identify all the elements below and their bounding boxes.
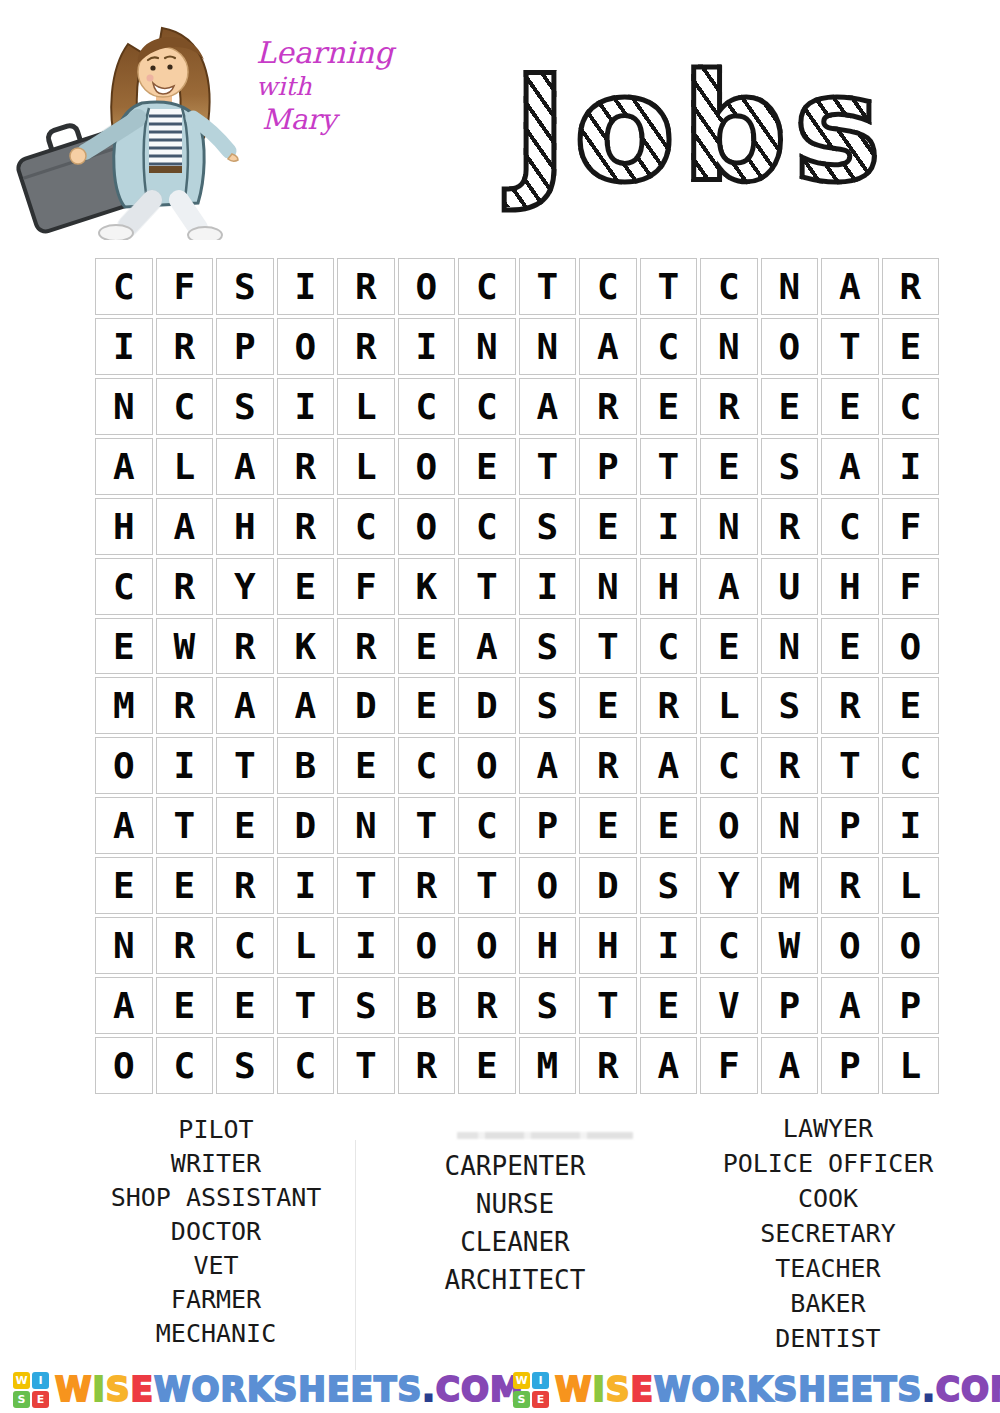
grid-cell-r1c12[interactable]: N: [761, 258, 819, 315]
word-cook: COOK: [668, 1181, 988, 1216]
footer-bar: WISE WISEWORKSHEETS.COM WISE WISEWORKSHE…: [0, 1366, 1000, 1413]
word-vet: VET: [56, 1249, 376, 1283]
site-letter: E: [350, 1370, 374, 1409]
grid-cell-r9c6[interactable]: C: [398, 737, 456, 794]
grid-cell-r13c12[interactable]: P: [761, 977, 819, 1034]
word-list-left: PILOTWRITERSHOP ASSISTANTDOCTORVETFARMER…: [56, 1113, 376, 1351]
grid-cell-r12c6[interactable]: O: [398, 917, 456, 974]
grid-cell-r14c3[interactable]: S: [216, 1037, 274, 1094]
grid-cell-r14c7[interactable]: E: [458, 1037, 516, 1094]
grid-cell-r7c8[interactable]: S: [519, 618, 577, 675]
grid-cell-r9c1[interactable]: O: [95, 737, 153, 794]
grid-cell-r1c7[interactable]: C: [458, 258, 516, 315]
grid-cell-r4c2[interactable]: L: [156, 438, 214, 495]
grid-cell-r2c10[interactable]: C: [640, 318, 698, 375]
site-letter: I: [592, 1370, 605, 1409]
grid-cell-r13c6[interactable]: B: [398, 977, 456, 1034]
grid-cell-r5c3[interactable]: H: [216, 498, 274, 555]
grid-cell-r4c12[interactable]: S: [761, 438, 819, 495]
grid-cell-r12c5[interactable]: I: [337, 917, 395, 974]
grid-cell-r5c11[interactable]: N: [700, 498, 758, 555]
grid-cell-r10c9[interactable]: E: [579, 797, 637, 854]
grid-cell-r10c13[interactable]: P: [821, 797, 879, 854]
grid-cell-r7c1[interactable]: E: [95, 618, 153, 675]
site-letter: S: [898, 1370, 923, 1409]
grid-cell-r8c6[interactable]: E: [398, 677, 456, 734]
word-baker: BAKER: [668, 1286, 988, 1321]
grid-cell-r1c4[interactable]: I: [277, 258, 335, 315]
grid-cell-r3c11[interactable]: R: [700, 378, 758, 435]
logo-tile-i: I: [532, 1372, 549, 1389]
grid-cell-r6c1[interactable]: C: [95, 558, 153, 615]
grid-cell-r6c6[interactable]: K: [398, 558, 456, 615]
grid-cell-r10c3[interactable]: E: [216, 797, 274, 854]
grid-cell-r8c4[interactable]: A: [277, 677, 335, 734]
site-letter: S: [606, 1370, 631, 1409]
grid-cell-r11c4[interactable]: I: [277, 857, 335, 914]
grid-cell-r14c11[interactable]: F: [700, 1037, 758, 1094]
grid-cell-r12c14[interactable]: O: [882, 917, 940, 974]
site-letter: K: [247, 1370, 274, 1409]
word-cleaner: CLEANER: [355, 1223, 675, 1261]
grid-cell-r1c11[interactable]: C: [700, 258, 758, 315]
grid-cell-r1c14[interactable]: R: [882, 258, 940, 315]
grid-cell-r12c3[interactable]: C: [216, 917, 274, 974]
grid-cell-r11c5[interactable]: T: [337, 857, 395, 914]
grid-cell-r9c11[interactable]: C: [700, 737, 758, 794]
grid-cell-r5c8[interactable]: S: [519, 498, 577, 555]
grid-cell-r11c14[interactable]: L: [882, 857, 940, 914]
grid-cell-r11c12[interactable]: M: [761, 857, 819, 914]
grid-cell-r4c11[interactable]: E: [700, 438, 758, 495]
grid-cell-r7c2[interactable]: W: [156, 618, 214, 675]
grid-cell-r7c11[interactable]: E: [700, 618, 758, 675]
site-letter: H: [798, 1370, 827, 1409]
wise-logo: WISE: [13, 1372, 49, 1408]
grid-cell-r7c5[interactable]: R: [337, 618, 395, 675]
grid-cell-r7c3[interactable]: R: [216, 618, 274, 675]
grid-cell-r6c8[interactable]: I: [519, 558, 577, 615]
grid-cell-r6c2[interactable]: R: [156, 558, 214, 615]
grid-cell-r11c11[interactable]: Y: [700, 857, 758, 914]
logo-tile-i: I: [32, 1372, 49, 1389]
grid-cell-r9c3[interactable]: T: [216, 737, 274, 794]
grid-cell-r2c7[interactable]: N: [458, 318, 516, 375]
grid-cell-r10c11[interactable]: O: [700, 797, 758, 854]
site-letter: I: [92, 1370, 105, 1409]
word-shop-assistant: SHOP ASSISTANT: [56, 1181, 376, 1215]
grid-cell-r12c10[interactable]: I: [640, 917, 698, 974]
site-letter: O: [961, 1370, 990, 1409]
site-letter: W: [55, 1370, 92, 1409]
grid-cell-r7c7[interactable]: A: [458, 618, 516, 675]
grid-cell-r14c6[interactable]: R: [398, 1037, 456, 1094]
grid-cell-r13c1[interactable]: A: [95, 977, 153, 1034]
grid-cell-r12c7[interactable]: O: [458, 917, 516, 974]
grid-cell-r3c7[interactable]: C: [458, 378, 516, 435]
grid-cell-r1c5[interactable]: R: [337, 258, 395, 315]
word-lawyer: LAWYER: [668, 1111, 988, 1146]
word-writer: WRITER: [56, 1147, 376, 1181]
site-letter: O: [691, 1370, 720, 1409]
grid-cell-r7c10[interactable]: C: [640, 618, 698, 675]
grid-cell-r14c2[interactable]: C: [156, 1037, 214, 1094]
grid-cell-r9c10[interactable]: A: [640, 737, 698, 794]
site-letter: K: [747, 1370, 774, 1409]
site-letter: S: [106, 1370, 131, 1409]
grid-cell-r4c9[interactable]: P: [579, 438, 637, 495]
grid-cell-r14c14[interactable]: L: [882, 1037, 940, 1094]
logo-tile-w: W: [13, 1372, 30, 1389]
grid-cell-r1c1[interactable]: C: [95, 258, 153, 315]
grid-cell-r14c12[interactable]: A: [761, 1037, 819, 1094]
grid-cell-r2c2[interactable]: R: [156, 318, 214, 375]
grid-cell-r1c2[interactable]: F: [156, 258, 214, 315]
logo-tile-e: E: [32, 1391, 49, 1408]
grid-cell-r10c6[interactable]: T: [398, 797, 456, 854]
grid-cell-r13c5[interactable]: S: [337, 977, 395, 1034]
grid-cell-r12c4[interactable]: L: [277, 917, 335, 974]
site-letter: S: [273, 1370, 298, 1409]
wordsearch-grid: CFSIROCTCTCNARIRPORINNACNOTENCSILCCARERE…: [95, 258, 939, 1094]
grid-cell-r5c14[interactable]: F: [882, 498, 940, 555]
logo-tile-s: S: [513, 1391, 530, 1408]
grid-cell-r14c13[interactable]: P: [821, 1037, 879, 1094]
grid-cell-r3c9[interactable]: R: [579, 378, 637, 435]
grid-cell-r8c11[interactable]: L: [700, 677, 758, 734]
grid-cell-r11c1[interactable]: E: [95, 857, 153, 914]
site-letter: H: [298, 1370, 327, 1409]
grid-cell-r13c7[interactable]: R: [458, 977, 516, 1034]
grid-cell-r2c13[interactable]: T: [821, 318, 879, 375]
grid-cell-r9c13[interactable]: T: [821, 737, 879, 794]
grid-cell-r12c11[interactable]: C: [700, 917, 758, 974]
grid-cell-r9c12[interactable]: R: [761, 737, 819, 794]
grid-cell-r5c13[interactable]: C: [821, 498, 879, 555]
grid-cell-r5c9[interactable]: E: [579, 498, 637, 555]
grid-cell-r3c10[interactable]: E: [640, 378, 698, 435]
site-letter: S: [398, 1370, 423, 1409]
grid-cell-r3c6[interactable]: C: [398, 378, 456, 435]
grid-cell-r11c10[interactable]: S: [640, 857, 698, 914]
site-letter: .: [922, 1370, 936, 1409]
grid-cell-r9c5[interactable]: E: [337, 737, 395, 794]
grid-cell-r9c4[interactable]: B: [277, 737, 335, 794]
grid-cell-r7c4[interactable]: K: [277, 618, 335, 675]
grid-cell-r11c8[interactable]: O: [519, 857, 577, 914]
word-secretary: SECRETARY: [668, 1216, 988, 1251]
grid-cell-r3c1[interactable]: N: [95, 378, 153, 435]
grid-cell-r2c11[interactable]: N: [700, 318, 758, 375]
grid-cell-r5c12[interactable]: R: [761, 498, 819, 555]
grid-cell-r13c11[interactable]: V: [700, 977, 758, 1034]
grid-cell-r12c8[interactable]: H: [519, 917, 577, 974]
grid-cell-r6c5[interactable]: F: [337, 558, 395, 615]
grid-cell-r3c13[interactable]: E: [821, 378, 879, 435]
brand-line-3: Mary: [262, 105, 396, 136]
grid-cell-r2c8[interactable]: N: [519, 318, 577, 375]
word-police-officer: POLICE OFFICER: [668, 1146, 988, 1181]
grid-cell-r11c9[interactable]: D: [579, 857, 637, 914]
brand-line-2: with: [256, 73, 396, 101]
grid-cell-r8c10[interactable]: R: [640, 677, 698, 734]
brand-line-1: Learning: [256, 36, 396, 69]
grid-cell-r7c6[interactable]: E: [398, 618, 456, 675]
word-pilot: PILOT: [56, 1113, 376, 1147]
grid-cell-r10c4[interactable]: D: [277, 797, 335, 854]
word-list-right: LAWYERPOLICE OFFICERCOOKSECRETARYTEACHER…: [668, 1111, 988, 1356]
grid-cell-r13c4[interactable]: T: [277, 977, 335, 1034]
grid-cell-r12c12[interactable]: W: [761, 917, 819, 974]
grid-cell-r10c14[interactable]: I: [882, 797, 940, 854]
site-letter: .: [422, 1370, 436, 1409]
grid-cell-r3c12[interactable]: E: [761, 378, 819, 435]
grid-cell-r3c5[interactable]: L: [337, 378, 395, 435]
grid-cell-r13c14[interactable]: P: [882, 977, 940, 1034]
grid-cell-r11c13[interactable]: R: [821, 857, 879, 914]
grid-cell-r12c2[interactable]: R: [156, 917, 214, 974]
word-carpenter: CARPENTER: [355, 1147, 675, 1185]
grid-cell-r11c7[interactable]: T: [458, 857, 516, 914]
grid-cell-r14c8[interactable]: M: [519, 1037, 577, 1094]
grid-cell-r2c14[interactable]: E: [882, 318, 940, 375]
grid-cell-r4c7[interactable]: E: [458, 438, 516, 495]
grid-cell-r5c4[interactable]: R: [277, 498, 335, 555]
grid-cell-r12c13[interactable]: O: [821, 917, 879, 974]
logo-tile-e: E: [532, 1391, 549, 1408]
grid-cell-r7c12[interactable]: N: [761, 618, 819, 675]
grid-cell-r13c9[interactable]: T: [579, 977, 637, 1034]
grid-cell-r9c14[interactable]: C: [882, 737, 940, 794]
grid-cell-r4c3[interactable]: A: [216, 438, 274, 495]
grid-cell-r10c1[interactable]: A: [95, 797, 153, 854]
logo-tile-s: S: [13, 1391, 30, 1408]
word-nurse: NURSE: [355, 1185, 675, 1223]
grid-cell-r14c4[interactable]: C: [277, 1037, 335, 1094]
footer-brand: WISE WISEWORKSHEETS.COM: [500, 1370, 1000, 1409]
site-letter: W: [654, 1370, 691, 1409]
grid-cell-r4c13[interactable]: A: [821, 438, 879, 495]
grid-cell-r10c2[interactable]: T: [156, 797, 214, 854]
site-letter: T: [874, 1370, 898, 1409]
site-letter: E: [630, 1370, 654, 1409]
word-dentist: DENTIST: [668, 1321, 988, 1356]
grid-cell-r4c14[interactable]: I: [882, 438, 940, 495]
grid-cell-r4c10[interactable]: T: [640, 438, 698, 495]
grid-cell-r8c5[interactable]: D: [337, 677, 395, 734]
site-letter: C: [936, 1370, 961, 1409]
grid-cell-r6c10[interactable]: H: [640, 558, 698, 615]
grid-cell-r12c9[interactable]: H: [579, 917, 637, 974]
site-name: WISEWORKSHEETS.COM: [555, 1370, 1000, 1409]
grid-cell-r1c3[interactable]: S: [216, 258, 274, 315]
grid-cell-r13c8[interactable]: S: [519, 977, 577, 1034]
grid-cell-r3c8[interactable]: A: [519, 378, 577, 435]
grid-cell-r4c1[interactable]: A: [95, 438, 153, 495]
clipped-word-remnant: [457, 1132, 633, 1139]
brand-script: Learning with Mary: [256, 36, 396, 135]
worksheet-page: Learning with Mary Jobs CFSIROCTCTCNARIR…: [0, 0, 1000, 1413]
grid-cell-r3c3[interactable]: S: [216, 378, 274, 435]
grid-cell-r8c14[interactable]: E: [882, 677, 940, 734]
grid-cell-r10c10[interactable]: E: [640, 797, 698, 854]
grid-cell-r4c6[interactable]: O: [398, 438, 456, 495]
site-letter: M: [990, 1370, 1000, 1409]
grid-cell-r7c13[interactable]: E: [821, 618, 879, 675]
grid-cell-r10c8[interactable]: P: [519, 797, 577, 854]
site-letter: R: [220, 1370, 246, 1409]
grid-cell-r3c4[interactable]: I: [277, 378, 335, 435]
grid-cell-r2c9[interactable]: A: [579, 318, 637, 375]
bitmoji-character: [12, 10, 242, 240]
site-letter: O: [461, 1370, 490, 1409]
grid-cell-r8c2[interactable]: R: [156, 677, 214, 734]
grid-cell-r8c3[interactable]: A: [216, 677, 274, 734]
site-letter: E: [827, 1370, 851, 1409]
grid-cell-r10c7[interactable]: C: [458, 797, 516, 854]
grid-cell-r13c13[interactable]: A: [821, 977, 879, 1034]
grid-cell-r4c4[interactable]: R: [277, 438, 335, 495]
grid-cell-r6c4[interactable]: E: [277, 558, 335, 615]
grid-cell-r5c10[interactable]: I: [640, 498, 698, 555]
grid-cell-r14c10[interactable]: A: [640, 1037, 698, 1094]
grid-cell-r1c13[interactable]: A: [821, 258, 879, 315]
grid-cell-r1c10[interactable]: T: [640, 258, 698, 315]
grid-cell-r5c6[interactable]: O: [398, 498, 456, 555]
grid-cell-r6c3[interactable]: Y: [216, 558, 274, 615]
grid-cell-r8c9[interactable]: E: [579, 677, 637, 734]
grid-cell-r13c10[interactable]: E: [640, 977, 698, 1034]
grid-cell-r3c14[interactable]: C: [882, 378, 940, 435]
grid-cell-r5c7[interactable]: C: [458, 498, 516, 555]
grid-cell-r9c7[interactable]: O: [458, 737, 516, 794]
grid-cell-r13c3[interactable]: E: [216, 977, 274, 1034]
grid-cell-r1c8[interactable]: T: [519, 258, 577, 315]
wise-logo: WISE: [513, 1372, 549, 1408]
grid-cell-r4c5[interactable]: L: [337, 438, 395, 495]
site-letter: C: [436, 1370, 461, 1409]
word-teacher: TEACHER: [668, 1251, 988, 1286]
grid-cell-r14c9[interactable]: R: [579, 1037, 637, 1094]
grid-cell-r6c11[interactable]: A: [700, 558, 758, 615]
page-title: Jobs: [505, 52, 895, 207]
grid-cell-r14c5[interactable]: T: [337, 1037, 395, 1094]
grid-cell-r2c6[interactable]: I: [398, 318, 456, 375]
site-letter: T: [374, 1370, 398, 1409]
site-letter: O: [191, 1370, 220, 1409]
footer-brand: WISE WISEWORKSHEETS.COM: [0, 1370, 500, 1409]
grid-cell-r7c14[interactable]: O: [882, 618, 940, 675]
grid-cell-r9c2[interactable]: I: [156, 737, 214, 794]
grid-cell-r2c5[interactable]: R: [337, 318, 395, 375]
grid-cell-r3c2[interactable]: C: [156, 378, 214, 435]
grid-cell-r6c14[interactable]: F: [882, 558, 940, 615]
site-letter: E: [327, 1370, 351, 1409]
word-architect: ARCHITECT: [355, 1261, 675, 1299]
grid-cell-r2c12[interactable]: O: [761, 318, 819, 375]
site-letter: W: [555, 1370, 592, 1409]
grid-cell-r2c1[interactable]: I: [95, 318, 153, 375]
word-farmer: FARMER: [56, 1283, 376, 1317]
grid-cell-r4c8[interactable]: T: [519, 438, 577, 495]
grid-cell-r9c9[interactable]: R: [579, 737, 637, 794]
grid-cell-r12c1[interactable]: N: [95, 917, 153, 974]
site-name: WISEWORKSHEETS.COM: [55, 1370, 524, 1409]
site-letter: W: [154, 1370, 191, 1409]
site-letter: R: [720, 1370, 746, 1409]
grid-cell-r2c3[interactable]: P: [216, 318, 274, 375]
grid-cell-r7c9[interactable]: T: [579, 618, 637, 675]
grid-cell-r13c2[interactable]: E: [156, 977, 214, 1034]
site-letter: E: [850, 1370, 874, 1409]
word-doctor: DOCTOR: [56, 1215, 376, 1249]
grid-cell-r11c2[interactable]: E: [156, 857, 214, 914]
grid-cell-r1c9[interactable]: C: [579, 258, 637, 315]
grid-cell-r11c3[interactable]: R: [216, 857, 274, 914]
grid-cell-r8c12[interactable]: S: [761, 677, 819, 734]
grid-cell-r5c5[interactable]: C: [337, 498, 395, 555]
grid-cell-r6c13[interactable]: H: [821, 558, 879, 615]
grid-cell-r8c8[interactable]: S: [519, 677, 577, 734]
grid-cell-r8c13[interactable]: R: [821, 677, 879, 734]
word-list-middle: CARPENTERNURSECLEANERARCHITECT: [355, 1147, 675, 1299]
grid-cell-r2c4[interactable]: O: [277, 318, 335, 375]
grid-cell-r6c7[interactable]: T: [458, 558, 516, 615]
site-letter: E: [130, 1370, 154, 1409]
grid-cell-r10c12[interactable]: N: [761, 797, 819, 854]
grid-cell-r9c8[interactable]: A: [519, 737, 577, 794]
grid-cell-r14c1[interactable]: O: [95, 1037, 153, 1094]
grid-cell-r6c9[interactable]: N: [579, 558, 637, 615]
grid-cell-r8c7[interactable]: D: [458, 677, 516, 734]
grid-cell-r11c6[interactable]: R: [398, 857, 456, 914]
grid-cell-r6c12[interactable]: U: [761, 558, 819, 615]
grid-cell-r5c1[interactable]: H: [95, 498, 153, 555]
word-mechanic: MECHANIC: [56, 1317, 376, 1351]
grid-cell-r10c5[interactable]: N: [337, 797, 395, 854]
site-letter: S: [773, 1370, 798, 1409]
grid-cell-r1c6[interactable]: O: [398, 258, 456, 315]
logo-tile-w: W: [513, 1372, 530, 1389]
grid-cell-r8c1[interactable]: M: [95, 677, 153, 734]
grid-cell-r5c2[interactable]: A: [156, 498, 214, 555]
